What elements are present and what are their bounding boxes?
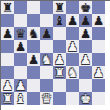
white-pawn-icon: ♟	[66, 40, 79, 53]
square-d8[interactable]	[40, 1, 53, 14]
square-e2[interactable]	[53, 79, 66, 92]
square-g4[interactable]: ♟	[79, 53, 92, 66]
square-h6[interactable]	[92, 27, 105, 40]
square-h2[interactable]	[92, 79, 105, 92]
white-pawn-icon: ♟	[92, 66, 105, 79]
square-a1[interactable]: ♜	[1, 92, 14, 105]
square-c4[interactable]: ♟	[27, 53, 40, 66]
square-h5[interactable]	[92, 40, 105, 53]
white-knight-icon: ♞	[66, 66, 79, 79]
screenshot-frame: ♜♜♚♝♟♟♟♟♛♞♟♟♟♟♟♞♟♟♜♞♟♟♟♜♝♛♚	[0, 0, 110, 110]
white-bishop-icon: ♝	[14, 92, 27, 105]
square-b1[interactable]: ♝	[14, 92, 27, 105]
square-c2[interactable]	[27, 79, 40, 92]
square-g3[interactable]	[79, 66, 92, 79]
square-f5[interactable]: ♟	[66, 40, 79, 53]
black-bishop-icon: ♝	[53, 14, 66, 27]
square-g1[interactable]: ♚	[79, 92, 92, 105]
square-c3[interactable]	[27, 66, 40, 79]
square-e6[interactable]	[53, 27, 66, 40]
black-pawn-icon: ♟	[79, 27, 92, 40]
square-b8[interactable]	[14, 1, 27, 14]
white-queen-icon: ♛	[40, 92, 53, 105]
white-knight-icon: ♞	[40, 53, 53, 66]
black-pawn-icon: ♟	[14, 40, 27, 53]
black-pawn-icon: ♟	[66, 14, 79, 27]
white-king-icon: ♚	[79, 92, 92, 105]
black-pawn-icon: ♟	[92, 14, 105, 27]
square-d3[interactable]	[40, 66, 53, 79]
square-e7[interactable]: ♝	[53, 14, 66, 27]
square-d6[interactable]: ♟	[40, 27, 53, 40]
square-d4[interactable]: ♞	[40, 53, 53, 66]
square-a5[interactable]	[1, 40, 14, 53]
square-a4[interactable]	[1, 53, 14, 66]
square-h1[interactable]	[92, 92, 105, 105]
white-rook-icon: ♜	[53, 66, 66, 79]
black-pawn-icon: ♟	[1, 27, 14, 40]
square-g6[interactable]: ♟	[79, 27, 92, 40]
square-h7[interactable]: ♟	[92, 14, 105, 27]
black-pawn-icon: ♟	[27, 53, 40, 66]
square-e3[interactable]: ♜	[53, 66, 66, 79]
square-a8[interactable]: ♜	[1, 1, 14, 14]
black-knight-icon: ♞	[27, 27, 40, 40]
black-rook-icon: ♜	[1, 1, 14, 14]
square-f1[interactable]	[66, 92, 79, 105]
square-b4[interactable]	[14, 53, 27, 66]
square-h3[interactable]: ♟	[92, 66, 105, 79]
white-pawn-icon: ♟	[79, 53, 92, 66]
square-c8[interactable]	[27, 1, 40, 14]
square-e1[interactable]	[53, 92, 66, 105]
black-pawn-icon: ♟	[40, 27, 53, 40]
square-d1[interactable]: ♛	[40, 92, 53, 105]
square-c6[interactable]: ♞	[27, 27, 40, 40]
square-a6[interactable]: ♟	[1, 27, 14, 40]
square-f3[interactable]: ♞	[66, 66, 79, 79]
square-f7[interactable]: ♟	[66, 14, 79, 27]
chess-board: ♜♜♚♝♟♟♟♟♛♞♟♟♟♟♟♞♟♟♜♞♟♟♟♜♝♛♚	[1, 1, 105, 105]
square-c1[interactable]	[27, 92, 40, 105]
square-b5[interactable]: ♟	[14, 40, 27, 53]
square-f2[interactable]	[66, 79, 79, 92]
white-rook-icon: ♜	[1, 92, 14, 105]
